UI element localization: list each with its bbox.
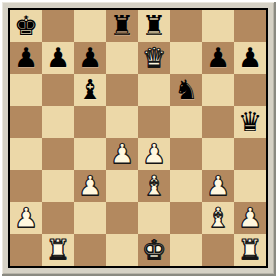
square-g4[interactable] [202, 138, 234, 170]
square-f3[interactable] [170, 170, 202, 202]
square-h8[interactable] [234, 10, 266, 42]
square-a8[interactable]: ♚ [10, 10, 42, 42]
square-a4[interactable] [10, 138, 42, 170]
square-d3[interactable] [106, 170, 138, 202]
square-f2[interactable] [170, 202, 202, 234]
square-c4[interactable] [74, 138, 106, 170]
square-d5[interactable] [106, 106, 138, 138]
square-b2[interactable] [42, 202, 74, 234]
square-d6[interactable] [106, 74, 138, 106]
square-e5[interactable] [138, 106, 170, 138]
square-c8[interactable] [74, 10, 106, 42]
square-f4[interactable] [170, 138, 202, 170]
square-h3[interactable] [234, 170, 266, 202]
white-rook[interactable]: ♜ [46, 234, 70, 266]
square-b8[interactable] [42, 10, 74, 42]
square-h7[interactable]: ♟ [234, 42, 266, 74]
square-a7[interactable]: ♟ [10, 42, 42, 74]
square-d4[interactable]: ♟ [106, 138, 138, 170]
square-e2[interactable] [138, 202, 170, 234]
square-e4[interactable]: ♟ [138, 138, 170, 170]
square-d1[interactable] [106, 234, 138, 266]
square-e8[interactable]: ♜ [138, 10, 170, 42]
square-b6[interactable] [42, 74, 74, 106]
square-f8[interactable] [170, 10, 202, 42]
square-a2[interactable]: ♟ [10, 202, 42, 234]
square-h1[interactable]: ♜ [234, 234, 266, 266]
square-c5[interactable] [74, 106, 106, 138]
square-h4[interactable] [234, 138, 266, 170]
black-rook[interactable]: ♜ [142, 10, 166, 42]
square-c1[interactable] [74, 234, 106, 266]
square-f6[interactable]: ♞ [170, 74, 202, 106]
white-pawn[interactable]: ♟ [14, 202, 38, 234]
square-d7[interactable] [106, 42, 138, 74]
square-e6[interactable] [138, 74, 170, 106]
white-queen[interactable]: ♛ [142, 42, 166, 74]
square-g7[interactable]: ♟ [202, 42, 234, 74]
square-b3[interactable] [42, 170, 74, 202]
black-pawn[interactable]: ♟ [238, 42, 262, 74]
square-b7[interactable]: ♟ [42, 42, 74, 74]
black-pawn[interactable]: ♟ [14, 42, 38, 74]
square-d8[interactable]: ♜ [106, 10, 138, 42]
black-bishop[interactable]: ♝ [78, 74, 102, 106]
square-c6[interactable]: ♝ [74, 74, 106, 106]
square-f1[interactable] [170, 234, 202, 266]
square-c2[interactable] [74, 202, 106, 234]
white-pawn[interactable]: ♟ [110, 138, 134, 170]
white-bishop[interactable]: ♝ [206, 202, 230, 234]
black-knight[interactable]: ♞ [174, 74, 198, 106]
square-h2[interactable]: ♟ [234, 202, 266, 234]
square-h5[interactable]: ♛ [234, 106, 266, 138]
square-g6[interactable] [202, 74, 234, 106]
white-bishop[interactable]: ♝ [142, 170, 166, 202]
square-f7[interactable] [170, 42, 202, 74]
square-g5[interactable] [202, 106, 234, 138]
white-pawn[interactable]: ♟ [142, 138, 166, 170]
black-king[interactable]: ♚ [14, 10, 38, 42]
square-b5[interactable] [42, 106, 74, 138]
white-pawn[interactable]: ♟ [78, 170, 102, 202]
square-d2[interactable] [106, 202, 138, 234]
square-g8[interactable] [202, 10, 234, 42]
square-c3[interactable]: ♟ [74, 170, 106, 202]
black-pawn[interactable]: ♟ [206, 42, 230, 74]
white-king[interactable]: ♚ [142, 234, 166, 266]
square-a1[interactable] [10, 234, 42, 266]
black-rook[interactable]: ♜ [110, 10, 134, 42]
black-queen[interactable]: ♛ [238, 106, 262, 138]
square-c7[interactable]: ♟ [74, 42, 106, 74]
square-f5[interactable] [170, 106, 202, 138]
square-e7[interactable]: ♛ [138, 42, 170, 74]
chess-board: ♚♜♜♟♟♟♛♟♟♝♞♛♟♟♟♝♟♟♝♟♜♚♜ [8, 8, 268, 268]
black-pawn[interactable]: ♟ [78, 42, 102, 74]
square-b4[interactable] [42, 138, 74, 170]
square-g1[interactable] [202, 234, 234, 266]
board-frame: ♚♜♜♟♟♟♛♟♟♝♞♛♟♟♟♝♟♟♝♟♜♚♜ [0, 0, 276, 276]
square-a3[interactable] [10, 170, 42, 202]
square-g2[interactable]: ♝ [202, 202, 234, 234]
white-pawn[interactable]: ♟ [206, 170, 230, 202]
square-e1[interactable]: ♚ [138, 234, 170, 266]
white-rook[interactable]: ♜ [238, 234, 262, 266]
square-a5[interactable] [10, 106, 42, 138]
square-e3[interactable]: ♝ [138, 170, 170, 202]
white-pawn[interactable]: ♟ [238, 202, 262, 234]
black-pawn[interactable]: ♟ [46, 42, 70, 74]
square-h6[interactable] [234, 74, 266, 106]
square-a6[interactable] [10, 74, 42, 106]
square-g3[interactable]: ♟ [202, 170, 234, 202]
square-b1[interactable]: ♜ [42, 234, 74, 266]
